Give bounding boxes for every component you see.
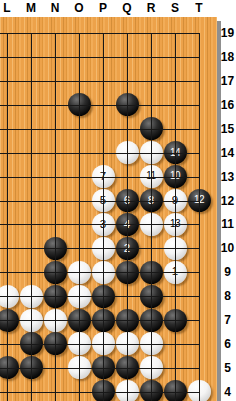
row-label-9: 9 [219, 265, 236, 279]
row-label-8: 8 [219, 289, 236, 303]
go-board: 1471110568912341321 [0, 17, 217, 401]
grid-line-row-10 [0, 248, 200, 249]
grid-line-col-T [199, 33, 200, 401]
grid-line-row-18 [0, 57, 200, 58]
column-label-S: S [167, 1, 183, 16]
row-label-7: 7 [219, 313, 236, 327]
row-label-15: 15 [219, 122, 236, 136]
row-label-10: 10 [219, 241, 236, 255]
grid-line-row-11 [0, 224, 200, 225]
grid-line-row-16 [0, 105, 200, 106]
grid-line-col-O [79, 33, 80, 401]
grid-line-col-L [7, 33, 8, 401]
grid-line-col-S [175, 33, 176, 401]
row-label-4: 4 [219, 385, 236, 399]
row-label-11: 11 [219, 217, 236, 231]
row-label-19: 19 [219, 26, 236, 40]
column-label-P: P [95, 1, 111, 16]
row-label-14: 14 [219, 146, 236, 160]
column-label-R: R [143, 1, 159, 16]
column-label-N: N [47, 1, 63, 16]
grid-line-row-17 [0, 81, 200, 82]
grid-line-row-8 [0, 296, 200, 297]
grid-line-row-6 [0, 344, 200, 345]
grid-line-row-7 [0, 320, 200, 321]
grid-line-row-12 [0, 201, 200, 202]
column-label-T: T [191, 1, 207, 16]
grid-line-col-M [31, 33, 32, 401]
grid-line-row-4 [0, 392, 200, 393]
row-label-13: 13 [219, 170, 236, 184]
grid-line-row-13 [0, 177, 200, 178]
grid-line-col-N [55, 33, 56, 401]
row-label-6: 6 [219, 337, 236, 351]
go-board-diagram: 1471110568912341321 LMNOPQRST19181716151… [0, 0, 236, 401]
intersection-L4[interactable] [0, 380, 19, 401]
grid-line-row-19 [0, 33, 200, 34]
row-label-17: 17 [219, 74, 236, 88]
row-label-5: 5 [219, 361, 236, 375]
column-label-M: M [23, 1, 39, 16]
grid-line-row-5 [0, 368, 200, 369]
column-label-L: L [0, 1, 15, 16]
grid-line-row-15 [0, 129, 200, 130]
column-label-O: O [71, 1, 87, 16]
grid-line-col-Q [127, 33, 128, 401]
row-label-18: 18 [219, 50, 236, 64]
column-label-Q: Q [119, 1, 135, 16]
row-label-16: 16 [219, 98, 236, 112]
row-label-12: 12 [219, 194, 236, 208]
grid-line-col-R [151, 33, 152, 401]
grid-line-col-P [103, 33, 104, 401]
grid-line-row-14 [0, 153, 200, 154]
grid-line-row-9 [0, 272, 200, 273]
